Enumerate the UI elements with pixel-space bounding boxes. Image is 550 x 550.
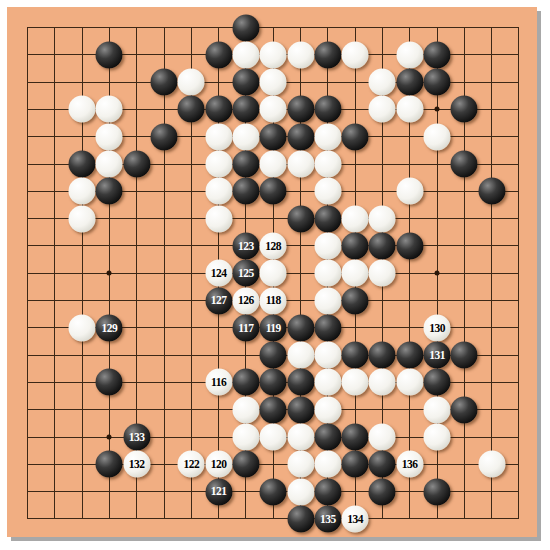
move-number-label: 121: [211, 486, 227, 498]
white-stone: [369, 369, 396, 396]
move-number-label: 124: [211, 267, 227, 279]
black-stone: 135: [314, 505, 341, 532]
black-stone: [287, 505, 314, 532]
white-stone: [342, 205, 369, 232]
white-stone: [260, 151, 287, 178]
black-stone: [232, 96, 259, 123]
black-stone: [451, 96, 478, 123]
black-stone: [232, 178, 259, 205]
white-stone: [314, 287, 341, 314]
black-stone: [205, 96, 232, 123]
white-stone: [260, 424, 287, 451]
black-stone: [451, 151, 478, 178]
white-stone: 134: [342, 505, 369, 532]
white-stone: [314, 260, 341, 287]
white-stone: [96, 96, 123, 123]
black-stone: [342, 123, 369, 150]
black-stone: [96, 369, 123, 396]
black-stone: [232, 14, 259, 41]
star-point: [107, 271, 112, 276]
white-stone: [396, 178, 423, 205]
white-stone: [424, 123, 451, 150]
black-stone: 121: [205, 478, 232, 505]
black-stone: [342, 424, 369, 451]
black-stone: [424, 69, 451, 96]
white-stone: 130: [424, 314, 451, 341]
black-stone: [424, 478, 451, 505]
white-stone: [287, 451, 314, 478]
white-stone: [69, 178, 96, 205]
black-stone: [151, 69, 178, 96]
move-number-label: 129: [102, 322, 118, 334]
black-stone: [369, 342, 396, 369]
grid-line-vertical: [491, 27, 492, 519]
black-stone: [424, 369, 451, 396]
move-number-label: 132: [129, 459, 145, 471]
white-stone: [232, 41, 259, 68]
white-stone: [232, 424, 259, 451]
white-stone: [205, 205, 232, 232]
black-stone: [260, 123, 287, 150]
black-stone: [342, 342, 369, 369]
black-stone: [478, 178, 505, 205]
move-number-label: 118: [266, 295, 281, 307]
move-number-label: 117: [238, 322, 253, 334]
white-stone: [314, 232, 341, 259]
black-stone: [424, 41, 451, 68]
black-stone: 119: [260, 314, 287, 341]
black-stone: [287, 123, 314, 150]
white-stone: [314, 151, 341, 178]
black-stone: [205, 41, 232, 68]
white-stone: [314, 123, 341, 150]
black-stone: [287, 205, 314, 232]
black-stone: [287, 396, 314, 423]
white-stone: [260, 41, 287, 68]
white-stone: [424, 424, 451, 451]
white-stone: 118: [260, 287, 287, 314]
black-stone: [342, 451, 369, 478]
black-stone: [232, 151, 259, 178]
black-stone: [178, 96, 205, 123]
white-stone: [205, 151, 232, 178]
move-number-label: 134: [347, 513, 363, 525]
white-stone: [314, 451, 341, 478]
move-number-label: 130: [429, 322, 445, 334]
white-stone: [96, 123, 123, 150]
black-stone: 127: [205, 287, 232, 314]
white-stone: [205, 123, 232, 150]
black-stone: [314, 424, 341, 451]
black-stone: [232, 451, 259, 478]
white-stone: [69, 205, 96, 232]
white-stone: [287, 478, 314, 505]
white-stone: 116: [205, 369, 232, 396]
black-stone: 133: [123, 424, 150, 451]
white-stone: [232, 396, 259, 423]
star-point: [107, 435, 112, 440]
white-stone: 120: [205, 451, 232, 478]
go-board[interactable]: 1231281241251271261181291171191301311161…: [7, 7, 537, 537]
white-stone: [260, 260, 287, 287]
black-stone: [342, 287, 369, 314]
black-stone: [287, 369, 314, 396]
black-stone: [314, 314, 341, 341]
black-stone: [342, 232, 369, 259]
move-number-label: 128: [265, 240, 281, 252]
white-stone: 136: [396, 451, 423, 478]
grid-line-vertical: [518, 27, 519, 519]
page: 1231281241251271261181291171191301311161…: [0, 0, 550, 550]
move-number-label: 126: [238, 295, 254, 307]
white-stone: [69, 314, 96, 341]
white-stone: [314, 396, 341, 423]
white-stone: [178, 69, 205, 96]
white-stone: [96, 151, 123, 178]
move-number-label: 127: [211, 295, 227, 307]
white-stone: [396, 369, 423, 396]
black-stone: [369, 478, 396, 505]
black-stone: [396, 342, 423, 369]
move-number-label: 135: [320, 513, 336, 525]
black-stone: [451, 396, 478, 423]
move-number-label: 116: [211, 377, 226, 389]
black-stone: 117: [232, 314, 259, 341]
move-number-label: 136: [402, 459, 418, 471]
white-stone: [396, 96, 423, 123]
black-stone: [287, 96, 314, 123]
black-stone: [123, 151, 150, 178]
white-stone: [205, 178, 232, 205]
white-stone: 128: [260, 232, 287, 259]
black-stone: [260, 342, 287, 369]
star-point: [435, 107, 440, 112]
black-stone: [287, 314, 314, 341]
white-stone: [287, 342, 314, 369]
white-stone: [314, 342, 341, 369]
white-stone: [69, 96, 96, 123]
black-stone: [314, 41, 341, 68]
black-stone: [232, 69, 259, 96]
white-stone: [287, 151, 314, 178]
black-stone: [396, 232, 423, 259]
white-stone: [369, 96, 396, 123]
white-stone: 124: [205, 260, 232, 287]
black-stone: 129: [96, 314, 123, 341]
black-stone: [260, 178, 287, 205]
black-stone: [96, 451, 123, 478]
black-stone: [151, 123, 178, 150]
white-stone: [369, 260, 396, 287]
white-stone: [369, 205, 396, 232]
white-stone: [287, 41, 314, 68]
move-number-label: 122: [183, 459, 199, 471]
black-stone: [369, 232, 396, 259]
white-stone: [342, 369, 369, 396]
black-stone: [69, 151, 96, 178]
white-stone: [314, 178, 341, 205]
black-stone: [369, 451, 396, 478]
star-point: [435, 271, 440, 276]
move-number-label: 133: [129, 431, 145, 443]
black-stone: [314, 205, 341, 232]
white-stone: [314, 369, 341, 396]
black-stone: [260, 369, 287, 396]
move-number-label: 131: [429, 349, 445, 361]
white-stone: 132: [123, 451, 150, 478]
white-stone: 126: [232, 287, 259, 314]
white-stone: [232, 123, 259, 150]
black-stone: 131: [424, 342, 451, 369]
white-stone: [396, 41, 423, 68]
black-stone: [96, 178, 123, 205]
black-stone: [232, 369, 259, 396]
white-stone: [478, 451, 505, 478]
white-stone: [424, 396, 451, 423]
white-stone: [260, 96, 287, 123]
move-number-label: 123: [238, 240, 254, 252]
white-stone: [287, 424, 314, 451]
white-stone: [342, 41, 369, 68]
move-number-label: 120: [211, 459, 227, 471]
move-number-label: 119: [266, 322, 281, 334]
white-stone: 122: [178, 451, 205, 478]
black-stone: [260, 478, 287, 505]
black-stone: [96, 41, 123, 68]
white-stone: [260, 69, 287, 96]
move-number-label: 125: [238, 267, 254, 279]
white-stone: [369, 424, 396, 451]
black-stone: [260, 396, 287, 423]
black-stone: [314, 478, 341, 505]
white-stone: [369, 69, 396, 96]
black-stone: [396, 69, 423, 96]
black-stone: 125: [232, 260, 259, 287]
black-stone: 123: [232, 232, 259, 259]
white-stone: [342, 260, 369, 287]
grid-line-horizontal: [27, 518, 519, 519]
black-stone: [314, 96, 341, 123]
black-stone: [451, 342, 478, 369]
